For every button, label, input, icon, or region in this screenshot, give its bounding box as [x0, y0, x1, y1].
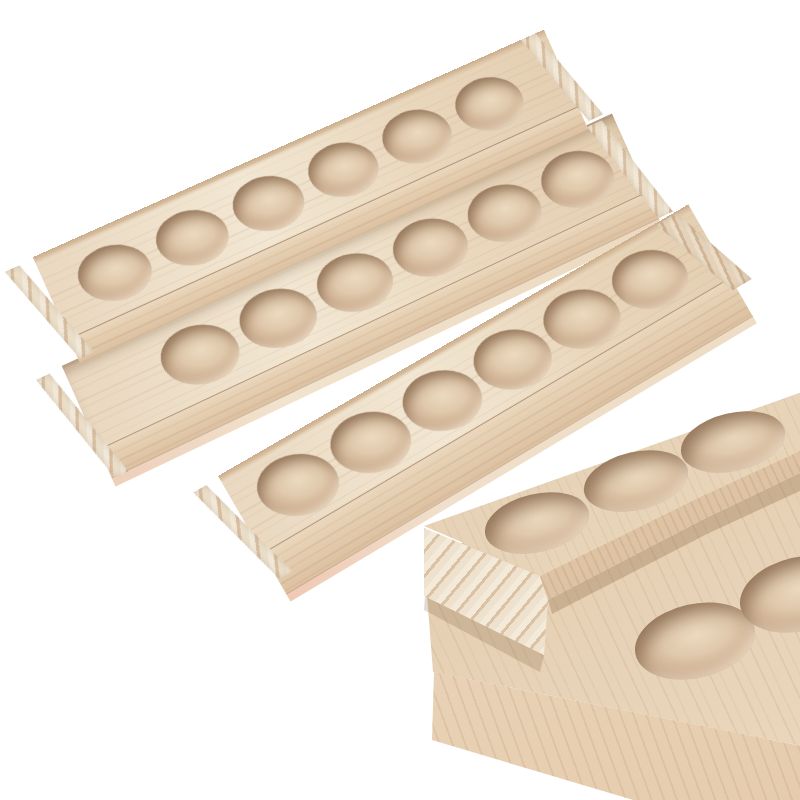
wood-top-face — [0, 0, 800, 800]
product-photo-stage — [0, 0, 800, 800]
tray-two-tier-rack-closeup — [0, 0, 800, 800]
